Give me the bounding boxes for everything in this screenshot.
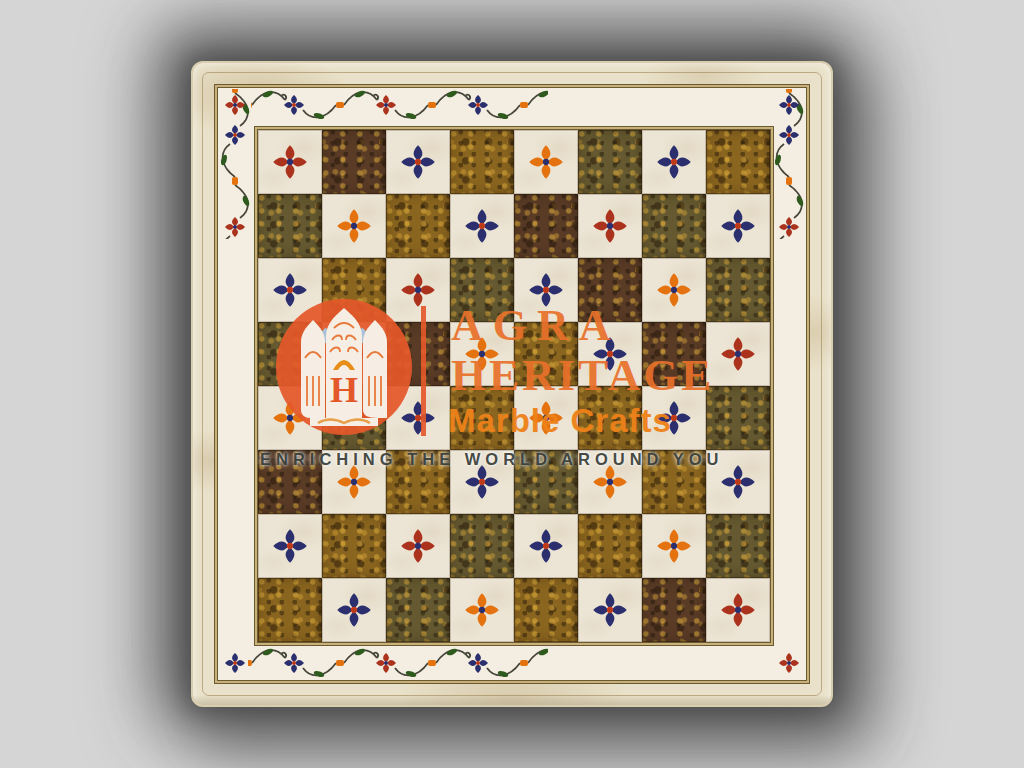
- square-c3: [386, 450, 450, 514]
- square-f3: [578, 450, 642, 514]
- orange-flower-inlay-icon: [527, 143, 565, 181]
- square-e1: [514, 578, 578, 642]
- square-g1: [642, 578, 706, 642]
- square-g4: [642, 386, 706, 450]
- square-a3: [258, 450, 322, 514]
- red-flower-inlay-icon: [719, 335, 757, 373]
- square-d8: [450, 130, 514, 194]
- square-d3: [450, 450, 514, 514]
- square-e6: [514, 258, 578, 322]
- blue-flower-inlay-icon: [271, 527, 309, 565]
- square-b1: [322, 578, 386, 642]
- red-flower-inlay-icon: [271, 143, 309, 181]
- orange-flower-inlay-icon: [271, 399, 309, 437]
- orange-flower-inlay-icon: [655, 271, 693, 309]
- square-b4: [322, 386, 386, 450]
- square-d5: [450, 322, 514, 386]
- blue-flower-inlay-icon: [591, 591, 629, 629]
- square-f2: [578, 514, 642, 578]
- square-f1: [578, 578, 642, 642]
- square-h3: [706, 450, 770, 514]
- square-c7: [386, 194, 450, 258]
- square-c6: [386, 258, 450, 322]
- square-d1: [450, 578, 514, 642]
- square-c1: [386, 578, 450, 642]
- square-a8: [258, 130, 322, 194]
- square-g8: [642, 130, 706, 194]
- square-b2: [322, 514, 386, 578]
- square-h2: [706, 514, 770, 578]
- blue-flower-inlay-icon: [719, 207, 757, 245]
- vine-border-top: [248, 89, 548, 121]
- blue-flower-inlay-icon: [335, 335, 373, 373]
- square-f8: [578, 130, 642, 194]
- vine-border-bottom: [248, 647, 548, 679]
- blue-flower-inlay-icon: [271, 271, 309, 309]
- square-d4: [450, 386, 514, 450]
- square-a6: [258, 258, 322, 322]
- blue-flower-inlay-icon: [399, 399, 437, 437]
- square-f5: [578, 322, 642, 386]
- checker-field-frame: [254, 126, 774, 646]
- blue-flower-inlay-icon: [399, 143, 437, 181]
- blue-flower-inlay-icon: [719, 463, 757, 501]
- blue-flower-inlay-icon: [463, 463, 501, 501]
- orange-flower-inlay-icon: [335, 463, 373, 501]
- blue-flower-inlay-icon: [591, 335, 629, 373]
- square-h6: [706, 258, 770, 322]
- square-e5: [514, 322, 578, 386]
- board-grid: [257, 129, 771, 643]
- blue-flower-inlay-icon: [335, 591, 373, 629]
- blue-flower-inlay-icon: [527, 271, 565, 309]
- red-flower-inlay-icon: [399, 271, 437, 309]
- square-a5: [258, 322, 322, 386]
- square-h4: [706, 386, 770, 450]
- corner-flower-icon: [774, 90, 804, 120]
- square-g5: [642, 322, 706, 386]
- orange-flower-inlay-icon: [463, 335, 501, 373]
- square-e4: [514, 386, 578, 450]
- orange-flower-inlay-icon: [591, 463, 629, 501]
- square-a2: [258, 514, 322, 578]
- orange-flower-inlay-icon: [527, 399, 565, 437]
- square-g6: [642, 258, 706, 322]
- square-b3: [322, 450, 386, 514]
- square-a1: [258, 578, 322, 642]
- square-e3: [514, 450, 578, 514]
- square-h7: [706, 194, 770, 258]
- corner-flower-icon: [220, 648, 250, 678]
- square-g7: [642, 194, 706, 258]
- square-b5: [322, 322, 386, 386]
- blue-flower-inlay-icon: [527, 527, 565, 565]
- square-c5: [386, 322, 450, 386]
- square-b8: [322, 130, 386, 194]
- square-g3: [642, 450, 706, 514]
- product-photo-stage: H AGRA HERITAGE Marble Crafts ENRICHING …: [0, 0, 1024, 768]
- square-b7: [322, 194, 386, 258]
- square-e7: [514, 194, 578, 258]
- orange-flower-inlay-icon: [463, 591, 501, 629]
- square-c4: [386, 386, 450, 450]
- corner-flower-icon: [774, 648, 804, 678]
- square-d6: [450, 258, 514, 322]
- square-a4: [258, 386, 322, 450]
- square-c8: [386, 130, 450, 194]
- blue-flower-inlay-icon: [463, 207, 501, 245]
- square-b6: [322, 258, 386, 322]
- red-flower-inlay-icon: [591, 207, 629, 245]
- square-g2: [642, 514, 706, 578]
- corner-flower-icon: [220, 90, 250, 120]
- square-h1: [706, 578, 770, 642]
- blue-flower-inlay-icon: [655, 399, 693, 437]
- square-e8: [514, 130, 578, 194]
- square-h8: [706, 130, 770, 194]
- square-f7: [578, 194, 642, 258]
- square-f6: [578, 258, 642, 322]
- red-flower-inlay-icon: [399, 527, 437, 565]
- square-c2: [386, 514, 450, 578]
- square-d2: [450, 514, 514, 578]
- blue-flower-inlay-icon: [655, 143, 693, 181]
- square-e2: [514, 514, 578, 578]
- square-d7: [450, 194, 514, 258]
- square-h5: [706, 322, 770, 386]
- orange-flower-inlay-icon: [335, 207, 373, 245]
- square-a7: [258, 194, 322, 258]
- marble-chessboard: [191, 61, 833, 707]
- orange-flower-inlay-icon: [655, 527, 693, 565]
- square-f4: [578, 386, 642, 450]
- red-flower-inlay-icon: [719, 591, 757, 629]
